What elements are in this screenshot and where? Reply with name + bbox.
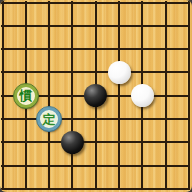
grid-line-horizontal xyxy=(1,118,190,120)
grid-line-vertical xyxy=(188,1,190,190)
grid-line-horizontal xyxy=(1,165,190,167)
marker-joseki[interactable]: 定 xyxy=(37,107,61,131)
black-stone[interactable] xyxy=(84,84,107,107)
white-stone[interactable] xyxy=(131,84,154,107)
marker-habit[interactable]: 慣 xyxy=(14,84,38,108)
grid-line-horizontal xyxy=(1,141,190,143)
white-stone[interactable] xyxy=(108,61,131,84)
grid-line-vertical xyxy=(165,1,167,190)
go-board[interactable]: 慣定 xyxy=(0,0,192,192)
black-stone[interactable] xyxy=(61,131,84,154)
grid-line-vertical xyxy=(118,1,120,190)
grid-line-horizontal xyxy=(1,188,190,190)
